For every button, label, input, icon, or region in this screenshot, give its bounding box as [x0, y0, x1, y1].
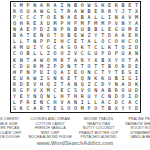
word-list: BLACK CHERRYBUBBLE GUMBUTTER PECANCHOCOL…	[0, 117, 150, 140]
grid-cell: P	[86, 106, 93, 112]
grid-cell: K	[18, 106, 25, 112]
grid-cell: Y	[120, 106, 127, 112]
puzzle-page: SMPNARAINBOWSHERBETROUAWGSTRAWBERRYJTXPC…	[0, 0, 150, 150]
grid-cell: T	[45, 106, 52, 112]
grid-cell: T	[99, 106, 106, 112]
site-url: www.WordSearchAddict.com	[0, 140, 150, 146]
grid-cell: B	[106, 106, 113, 112]
grid-cell: S	[11, 106, 18, 112]
grid-cell: D	[133, 106, 140, 112]
grid-cell: Y	[126, 106, 133, 112]
word-search-grid: SMPNARAINBOWSHERBETROUAWGSTRAWBERRYJTXPC…	[10, 1, 141, 113]
grid-cell: S	[59, 106, 66, 112]
word-list-column: PRALINE PECANRAINBOW SHERBETROCKY ROADST…	[125, 117, 150, 140]
word-list-column: COOKIES AND CREAMCOTTON CANDYFRENCH VANI…	[28, 117, 72, 140]
grid-cell: M	[79, 106, 86, 112]
word-list-column: BLACK CHERRYBUBBLE GUMBUTTER PECANCHOCOL…	[0, 117, 21, 140]
grid-cell: O	[92, 106, 99, 112]
grid-cell: O	[72, 106, 79, 112]
grid-cell: A	[31, 106, 38, 112]
grid-cell: E	[52, 106, 59, 112]
word-list-column: MOOSE TRACKSNEAPOLITANNUTTY COCONUTPEANU…	[79, 117, 118, 140]
grid-cell: X	[113, 106, 120, 112]
grid-cell: C	[25, 106, 32, 112]
grid-cell: R	[38, 106, 45, 112]
grid-cell: O	[65, 106, 72, 112]
